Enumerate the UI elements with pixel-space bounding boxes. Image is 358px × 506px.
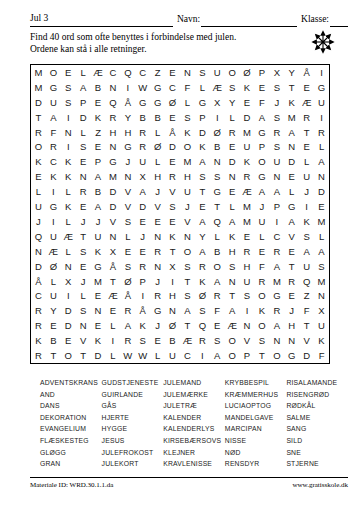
grid-cell-r11c8: E (135, 214, 150, 229)
grid-cell-r12c17: C (269, 229, 284, 244)
grid-cell-r1c1: M (31, 65, 46, 80)
grid-cell-r17c12: S (195, 303, 210, 318)
grid-cell-r7c7: J (120, 154, 135, 169)
grid-cell-r12c11: N (180, 229, 195, 244)
grid-cell-r12c14: K (225, 229, 240, 244)
grid-cell-r2c12: L (195, 80, 210, 95)
grid-cell-r6c1: O (31, 139, 46, 154)
grid-cell-r13c12: A (195, 244, 210, 259)
word-item: GÅS (102, 400, 164, 412)
grid-cell-r3c17: J (269, 95, 284, 110)
word-item: ADVENTSKRANS (40, 377, 102, 389)
grid-cell-r18c5: E (91, 318, 106, 333)
grid-cell-r19c16: S (254, 333, 269, 348)
grid-cell-r9c19: J (299, 184, 314, 199)
word-item: FLÆSKESTEG (40, 435, 102, 447)
word-item: JULEKORT (102, 458, 164, 470)
grid-cell-r3c1: D (31, 95, 46, 110)
grid-cell-r7c9: L (150, 154, 165, 169)
grid-cell-r4c14: L (225, 110, 240, 125)
footer-website: www.gratisskole.dk (292, 481, 348, 489)
worksheet-page: Jul 3 Navn: Klasse: Find 40 ord som ofte… (0, 0, 358, 506)
grid-cell-r6c14: E (225, 139, 240, 154)
grid-cell-r17c2: Y (46, 303, 61, 318)
grid-cell-r4c5: K (91, 110, 106, 125)
grid-cell-r13c20: A (314, 244, 329, 259)
grid-cell-r11c9: E (150, 214, 165, 229)
grid-cell-r11c4: J (76, 214, 91, 229)
grid-cell-r8c12: S (195, 169, 210, 184)
grid-cell-r13c17: R (269, 244, 284, 259)
word-item: JESUS (102, 435, 164, 447)
grid-cell-r14c9: N (150, 259, 165, 274)
grid-cell-r3c6: Q (105, 95, 120, 110)
grid-cell-r18c4: N (76, 318, 91, 333)
grid-cell-r6c10: D (165, 139, 180, 154)
grid-cell-r3c14: Y (225, 95, 240, 110)
grid-cell-r11c15: M (240, 214, 255, 229)
grid-cell-r6c3: I (61, 139, 76, 154)
word-item: GRAN (40, 458, 102, 470)
word-item: GUDSTJENESTE (102, 377, 164, 389)
grid-cell-r18c18: H (284, 318, 299, 333)
grid-cell-r4c2: A (46, 110, 61, 125)
grid-cell-r4c19: R (299, 110, 314, 125)
grid-cell-r19c7: R (120, 333, 135, 348)
grid-cell-r3c16: F (254, 95, 269, 110)
word-item: KRAVLENISSE (163, 458, 225, 470)
class-label: Klasse: (297, 13, 330, 27)
grid-cell-r13c15: R (240, 244, 255, 259)
grid-cell-r16c18: E (284, 288, 299, 303)
grid-cell-r9c2: I (46, 184, 61, 199)
grid-cell-r19c4: V (76, 333, 91, 348)
grid-cell-r2c1: M (31, 80, 46, 95)
grid-cell-r10c16: J (254, 199, 269, 214)
word-item: RENSDYR (225, 458, 287, 470)
grid-cell-r18c20: U (314, 318, 329, 333)
grid-cell-r8c16: G (254, 169, 269, 184)
grid-cell-r15c20: M (314, 274, 329, 289)
word-item: DEKORATION (40, 412, 102, 424)
grid-cell-r15c13: A (210, 274, 225, 289)
grid-cell-r7c1: K (31, 154, 46, 169)
grid-cell-r14c13: O (210, 259, 225, 274)
grid-cell-r2c6: N (105, 80, 120, 95)
grid-cell-r15c4: J (76, 274, 91, 289)
grid-cell-r13c8: E (135, 244, 150, 259)
grid-cell-r20c1: R (31, 348, 46, 363)
grid-cell-r17c7: R (120, 303, 135, 318)
grid-cell-r9c11: U (180, 184, 195, 199)
grid-cell-r11c17: I (269, 214, 284, 229)
grid-cell-r8c10: R (165, 169, 180, 184)
grid-cell-r9c9: J (150, 184, 165, 199)
grid-cell-r18c16: O (254, 318, 269, 333)
grid-cell-r5c8: R (135, 125, 150, 140)
grid-cell-r12c6: N (105, 229, 120, 244)
grid-cell-r2c4: A (76, 80, 91, 95)
grid-cell-r12c8: J (135, 229, 150, 244)
grid-cell-r7c15: K (240, 154, 255, 169)
grid-cell-r6c19: E (299, 139, 314, 154)
grid-cell-r7c12: A (195, 154, 210, 169)
grid-cell-r3c8: G (135, 95, 150, 110)
grid-cell-r17c19: F (299, 303, 314, 318)
grid-cell-r2c3: S (61, 80, 76, 95)
grid-cell-r20c17: O (269, 348, 284, 363)
grid-cell-r11c7: S (120, 214, 135, 229)
grid-cell-r9c7: V (120, 184, 135, 199)
grid-cell-r20c15: P (240, 348, 255, 363)
grid-cell-r14c12: R (195, 259, 210, 274)
grid-cell-r14c4: E (76, 259, 91, 274)
grid-cell-r10c4: E (76, 199, 91, 214)
grid-cell-r2c9: G (150, 80, 165, 95)
grid-cell-r8c13: S (210, 169, 225, 184)
grid-cell-r13c18: E (284, 244, 299, 259)
grid-cell-r3c18: K (284, 95, 299, 110)
grid-cell-r6c17: S (269, 139, 284, 154)
grid-cell-r3c10: Ø (165, 95, 180, 110)
grid-cell-r10c20: E (314, 199, 329, 214)
grid-cell-r19c9: E (150, 333, 165, 348)
grid-cell-r10c19: I (299, 199, 314, 214)
grid-cell-r11c18: A (284, 214, 299, 229)
grid-cell-r6c5: E (91, 139, 106, 154)
grid-cell-r3c4: P (76, 95, 91, 110)
grid-cell-r3c5: E (91, 95, 106, 110)
grid-cell-r10c1: U (31, 199, 46, 214)
grid-cell-r19c2: B (46, 333, 61, 348)
grid-cell-r12c12: Y (195, 229, 210, 244)
grid-cell-r2c17: S (269, 80, 284, 95)
grid-cell-r20c11: C (180, 348, 195, 363)
grid-cell-r13c3: L (61, 244, 76, 259)
grid-cell-r7c6: G (105, 154, 120, 169)
grid-cell-r9c1: L (31, 184, 46, 199)
grid-cell-r16c17: G (269, 288, 284, 303)
grid-cell-r9c18: L (284, 184, 299, 199)
grid-cell-r5c14: R (225, 125, 240, 140)
grid-cell-r19c5: K (91, 333, 106, 348)
grid-cell-r10c17: P (269, 199, 284, 214)
word-item: JULEFROKOST (102, 447, 164, 459)
word-item: KIRSEBÆRSOVS (163, 435, 225, 447)
grid-cell-r19c8: S (135, 333, 150, 348)
word-list-column-1: ADVENTSKRANSANDDANSDEKORATIONEVANGELIUMF… (40, 377, 102, 470)
word-item: JULEMÆRKE (163, 389, 225, 401)
word-list: ADVENTSKRANSANDDANSDEKORATIONEVANGELIUMF… (40, 377, 348, 470)
grid-cell-r1c6: C (105, 65, 120, 80)
grid-cell-r19c17: N (269, 333, 284, 348)
grid-cell-r1c14: O (225, 65, 240, 80)
grid-cell-r18c10: Ø (165, 318, 180, 333)
grid-cell-r20c16: T (254, 348, 269, 363)
grid-cell-r14c1: D (31, 259, 46, 274)
grid-cell-r1c4: L (76, 65, 91, 80)
grid-cell-r5c10: Å (165, 125, 180, 140)
grid-cell-r3c15: E (240, 95, 255, 110)
grid-cell-r15c11: T (180, 274, 195, 289)
grid-cell-r1c5: Æ (91, 65, 106, 80)
grid-cell-r16c7: Å (120, 288, 135, 303)
grid-cell-r10c10: S (165, 199, 180, 214)
grid-cell-r7c10: E (165, 154, 180, 169)
grid-cell-r1c9: Z (150, 65, 165, 80)
grid-cell-r2c7: I (120, 80, 135, 95)
grid-cell-r18c2: E (46, 318, 61, 333)
word-item: KLEJNER (163, 447, 225, 459)
grid-cell-r12c10: K (165, 229, 180, 244)
grid-cell-r16c1: C (31, 288, 46, 303)
grid-cell-r20c4: T (76, 348, 91, 363)
grid-cell-r14c2: Ø (46, 259, 61, 274)
grid-cell-r11c19: K (299, 214, 314, 229)
grid-cell-r17c11: A (180, 303, 195, 318)
grid-cell-r9c8: A (135, 184, 150, 199)
word-item: SILD (286, 435, 348, 447)
grid-cell-r1c17: X (269, 65, 284, 80)
grid-cell-r7c2: C (46, 154, 61, 169)
grid-cell-r13c2: Æ (46, 244, 61, 259)
grid-cell-r15c7: Ø (120, 274, 135, 289)
grid-cell-r9c15: Æ (240, 184, 255, 199)
grid-cell-r1c16: P (254, 65, 269, 80)
grid-cell-r19c18: N (284, 333, 299, 348)
grid-cell-r7c8: U (135, 154, 150, 169)
grid-cell-r20c20: F (314, 348, 329, 363)
grid-cell-r15c16: R (254, 274, 269, 289)
grid-cell-r18c17: A (269, 318, 284, 333)
grid-cell-r12c7: L (120, 229, 135, 244)
grid-cell-r5c1: R (31, 125, 46, 140)
grid-cell-r4c7: Y (120, 110, 135, 125)
grid-cell-r5c20: R (314, 125, 329, 140)
grid-cell-r14c7: S (120, 259, 135, 274)
grid-cell-r1c8: C (135, 65, 150, 80)
grid-cell-r14c16: F (254, 259, 269, 274)
grid-cell-r19c12: R (195, 333, 210, 348)
grid-cell-r2c16: E (254, 80, 269, 95)
grid-cell-r5c19: T (299, 125, 314, 140)
grid-cell-r15c2: L (46, 274, 61, 289)
worksheet-header: Jul 3 Navn: Klasse: (30, 12, 348, 27)
grid-cell-r14c8: R (135, 259, 150, 274)
grid-cell-r8c1: E (31, 169, 46, 184)
grid-cell-r5c11: K (180, 125, 195, 140)
grid-cell-r5c6: H (105, 125, 120, 140)
grid-cell-r16c10: H (165, 288, 180, 303)
grid-cell-r7c11: M (180, 154, 195, 169)
grid-cell-r13c14: H (225, 244, 240, 259)
class-blank-line (330, 15, 348, 27)
grid-cell-r5c16: G (254, 125, 269, 140)
grid-cell-r7c19: L (299, 154, 314, 169)
grid-cell-r18c3: D (61, 318, 76, 333)
grid-cell-r16c14: T (225, 288, 240, 303)
grid-cell-r1c12: S (195, 65, 210, 80)
grid-cell-r14c19: U (299, 259, 314, 274)
grid-cell-r12c15: E (240, 229, 255, 244)
grid-cell-r19c15: V (240, 333, 255, 348)
name-blank-line (201, 15, 297, 27)
grid-cell-r16c3: I (61, 288, 76, 303)
grid-cell-r8c19: U (299, 169, 314, 184)
grid-cell-r3c13: X (210, 95, 225, 110)
grid-cell-r4c6: R (105, 110, 120, 125)
grid-cell-r6c4: S (76, 139, 91, 154)
grid-cell-r18c11: T (180, 318, 195, 333)
grid-cell-r15c3: X (61, 274, 76, 289)
grid-cell-r3c19: Æ (299, 95, 314, 110)
grid-cell-r6c7: G (120, 139, 135, 154)
grid-cell-r6c2: R (46, 139, 61, 154)
grid-cell-r1c20: I (314, 65, 329, 80)
grid-cell-r18c1: R (31, 318, 46, 333)
grid-cell-r13c4: S (76, 244, 91, 259)
grid-cell-r8c8: X (135, 169, 150, 184)
grid-cell-r7c5: P (91, 154, 106, 169)
grid-cell-r5c3: N (61, 125, 76, 140)
grid-cell-r15c14: N (225, 274, 240, 289)
grid-cell-r14c3: N (61, 259, 76, 274)
grid-cell-r4c16: A (254, 110, 269, 125)
grid-cell-r4c11: S (180, 110, 195, 125)
page-title: Jul 3 (30, 12, 173, 27)
grid-cell-r2c18: T (284, 80, 299, 95)
grid-cell-r1c15: Ø (240, 65, 255, 80)
grid-cell-r8c20: N (314, 169, 329, 184)
grid-cell-r17c4: S (76, 303, 91, 318)
grid-cell-r8c9: H (150, 169, 165, 184)
grid-cell-r6c9: Ø (150, 139, 165, 154)
grid-cell-r16c2: U (46, 288, 61, 303)
grid-cell-r17c9: G (150, 303, 165, 318)
grid-cell-r16c16: O (254, 288, 269, 303)
grid-cell-r6c15: U (240, 139, 255, 154)
grid-cell-r13c16: E (254, 244, 269, 259)
grid-cell-r11c6: V (105, 214, 120, 229)
grid-cell-r19c20: K (314, 333, 329, 348)
word-item: HJERTE (102, 412, 164, 424)
word-search-grid: MOELÆCQCZENSUOØPXYÅIMGSABNIWGCFLÆSKESTEG… (30, 64, 330, 364)
word-item: HYGGE (102, 423, 164, 435)
grid-cell-r15c10: I (165, 274, 180, 289)
grid-cell-r7c4: E (76, 154, 91, 169)
word-item: JULETRÆ (163, 400, 225, 412)
grid-cell-r4c20: I (314, 110, 329, 125)
grid-cell-r17c16: K (254, 303, 269, 318)
grid-cell-r20c14: O (225, 348, 240, 363)
grid-cell-r12c13: L (210, 229, 225, 244)
grid-cell-r19c11: Æ (180, 333, 195, 348)
grid-cell-r10c15: M (240, 199, 255, 214)
grid-cell-r11c5: J (91, 214, 106, 229)
grid-cell-r13c1: N (31, 244, 46, 259)
instructions-line1: Find 40 ord som ofte benyttes i forbinde… (30, 32, 280, 44)
grid-cell-r5c4: L (76, 125, 91, 140)
grid-cell-r12c1: Q (31, 229, 46, 244)
grid-cell-r2c14: S (225, 80, 240, 95)
grid-cell-r6c8: R (135, 139, 150, 154)
grid-cell-r18c13: E (210, 318, 225, 333)
grid-cell-r20c12: I (195, 348, 210, 363)
grid-cell-r6c12: K (195, 139, 210, 154)
grid-cell-r4c12: P (195, 110, 210, 125)
grid-cell-r9c3: L (61, 184, 76, 199)
grid-cell-r17c1: R (31, 303, 46, 318)
grid-cell-r15c19: Q (299, 274, 314, 289)
grid-cell-r13c13: B (210, 244, 225, 259)
grid-cell-r11c20: M (314, 214, 329, 229)
grid-cell-r20c9: L (150, 348, 165, 363)
grid-cell-r20c7: W (120, 348, 135, 363)
grid-cell-r20c8: W (135, 348, 150, 363)
grid-cell-r1c10: E (165, 65, 180, 80)
grid-cell-r20c19: D (299, 348, 314, 363)
grid-cell-r15c17: M (269, 274, 284, 289)
grid-cell-r12c19: S (299, 229, 314, 244)
grid-cell-r15c12: K (195, 274, 210, 289)
word-item: GUIRLANDE (102, 389, 164, 401)
word-item: DANS (40, 400, 102, 412)
grid-cell-r13c7: E (120, 244, 135, 259)
grid-cell-r7c18: D (284, 154, 299, 169)
grid-cell-r3c2: U (46, 95, 61, 110)
grid-cell-r9c14: E (225, 184, 240, 199)
grid-cell-r9c12: T (195, 184, 210, 199)
grid-cell-r10c9: V (150, 199, 165, 214)
grid-cell-r20c3: O (61, 348, 76, 363)
word-item: MARCIPAN (225, 423, 287, 435)
grid-cell-r14c15: H (240, 259, 255, 274)
grid-cell-r16c6: Æ (105, 288, 120, 303)
grid-cell-r17c20: X (314, 303, 329, 318)
grid-cell-r11c11: V (180, 214, 195, 229)
grid-cell-r16c20: N (314, 288, 329, 303)
grid-cell-r8c15: R (240, 169, 255, 184)
grid-cell-r7c16: O (254, 154, 269, 169)
grid-cell-r8c17: N (269, 169, 284, 184)
grid-cell-r12c2: U (46, 229, 61, 244)
grid-cell-r5c13: Ø (210, 125, 225, 140)
grid-cell-r4c3: I (61, 110, 76, 125)
grid-cell-r9c5: B (91, 184, 106, 199)
grid-cell-r4c15: D (240, 110, 255, 125)
grid-cell-r20c5: D (91, 348, 106, 363)
grid-cell-r13c10: T (165, 244, 180, 259)
grid-cell-r8c2: K (46, 169, 61, 184)
grid-cell-r12c9: N (150, 229, 165, 244)
grid-cell-r4c18: M (284, 110, 299, 125)
grid-cell-r14c20: S (314, 259, 329, 274)
word-item: LUCIAOPTOG (225, 400, 287, 412)
grid-cell-r20c10: U (165, 348, 180, 363)
grid-cell-r16c15: S (240, 288, 255, 303)
grid-cell-r13c6: X (105, 244, 120, 259)
word-item: NØD (225, 447, 287, 459)
grid-cell-r19c1: K (31, 333, 46, 348)
grid-cell-r3c3: S (61, 95, 76, 110)
grid-cell-r1c19: Å (299, 65, 314, 80)
grid-cell-r9c17: A (269, 184, 284, 199)
grid-cell-r3c20: U (314, 95, 329, 110)
grid-cell-r16c12: Ø (195, 288, 210, 303)
word-item: STJERNE (286, 458, 348, 470)
grid-cell-r4c13: I (210, 110, 225, 125)
grid-cell-r2c5: B (91, 80, 106, 95)
